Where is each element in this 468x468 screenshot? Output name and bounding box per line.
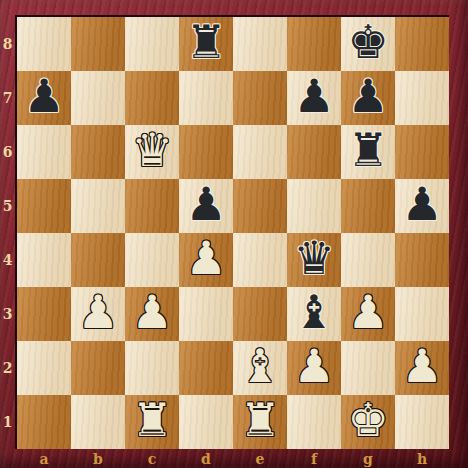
file-label-d: d <box>179 449 233 468</box>
square-d4[interactable]: ♟ <box>179 233 233 287</box>
square-b5[interactable] <box>71 179 125 233</box>
rank-labels: 87654321 <box>0 17 15 449</box>
square-h8[interactable] <box>395 17 449 71</box>
black-king[interactable]: ♚ <box>347 19 388 65</box>
file-label-h: h <box>395 449 449 468</box>
square-g3[interactable]: ♟ <box>341 287 395 341</box>
square-g1[interactable]: ♚ <box>341 395 395 449</box>
white-pawn[interactable]: ♟ <box>131 289 172 335</box>
square-h4[interactable] <box>395 233 449 287</box>
square-g5[interactable] <box>341 179 395 233</box>
square-c5[interactable] <box>125 179 179 233</box>
square-d8[interactable]: ♜ <box>179 17 233 71</box>
square-d3[interactable] <box>179 287 233 341</box>
square-a3[interactable] <box>17 287 71 341</box>
rank-label-2: 2 <box>0 341 15 395</box>
square-a2[interactable] <box>17 341 71 395</box>
square-c6[interactable]: ♛ <box>125 125 179 179</box>
square-g8[interactable]: ♚ <box>341 17 395 71</box>
square-h7[interactable] <box>395 71 449 125</box>
square-e1[interactable]: ♜ <box>233 395 287 449</box>
file-label-f: f <box>287 449 341 468</box>
black-pawn[interactable]: ♟ <box>293 73 334 119</box>
square-h5[interactable]: ♟ <box>395 179 449 233</box>
white-pawn[interactable]: ♟ <box>347 289 388 335</box>
square-d1[interactable] <box>179 395 233 449</box>
square-b7[interactable] <box>71 71 125 125</box>
square-e4[interactable] <box>233 233 287 287</box>
square-a4[interactable] <box>17 233 71 287</box>
black-pawn[interactable]: ♟ <box>347 73 388 119</box>
square-d6[interactable] <box>179 125 233 179</box>
square-f2[interactable]: ♟ <box>287 341 341 395</box>
square-c4[interactable] <box>125 233 179 287</box>
white-king[interactable]: ♚ <box>347 397 388 443</box>
square-e2[interactable]: ♝ <box>233 341 287 395</box>
square-d5[interactable]: ♟ <box>179 179 233 233</box>
square-a6[interactable] <box>17 125 71 179</box>
rank-label-6: 6 <box>0 125 15 179</box>
white-pawn[interactable]: ♟ <box>401 343 442 389</box>
square-b6[interactable] <box>71 125 125 179</box>
square-b8[interactable] <box>71 17 125 71</box>
black-queen[interactable]: ♛ <box>293 235 334 281</box>
square-a7[interactable]: ♟ <box>17 71 71 125</box>
black-bishop[interactable]: ♝ <box>293 289 334 335</box>
square-b3[interactable]: ♟ <box>71 287 125 341</box>
square-b1[interactable] <box>71 395 125 449</box>
file-label-c: c <box>125 449 179 468</box>
black-pawn[interactable]: ♟ <box>401 181 442 227</box>
square-f4[interactable]: ♛ <box>287 233 341 287</box>
square-e7[interactable] <box>233 71 287 125</box>
square-c2[interactable] <box>125 341 179 395</box>
square-a5[interactable] <box>17 179 71 233</box>
chess-board: ♜♚♟♟♟♛♜♟♟♟♛♟♟♝♟♝♟♟♜♜♚ <box>15 15 449 449</box>
square-g7[interactable]: ♟ <box>341 71 395 125</box>
square-h3[interactable] <box>395 287 449 341</box>
rank-label-3: 3 <box>0 287 15 341</box>
white-bishop[interactable]: ♝ <box>239 343 280 389</box>
square-f1[interactable] <box>287 395 341 449</box>
white-rook[interactable]: ♜ <box>131 397 172 443</box>
square-f7[interactable]: ♟ <box>287 71 341 125</box>
square-g4[interactable] <box>341 233 395 287</box>
square-h6[interactable] <box>395 125 449 179</box>
file-label-e: e <box>233 449 287 468</box>
square-h2[interactable]: ♟ <box>395 341 449 395</box>
white-pawn[interactable]: ♟ <box>185 235 226 281</box>
file-labels: abcdefgh <box>17 449 449 468</box>
black-rook[interactable]: ♜ <box>185 19 226 65</box>
black-pawn[interactable]: ♟ <box>185 181 226 227</box>
square-d7[interactable] <box>179 71 233 125</box>
square-e6[interactable] <box>233 125 287 179</box>
square-f5[interactable] <box>287 179 341 233</box>
white-queen[interactable]: ♛ <box>131 127 172 173</box>
square-e5[interactable] <box>233 179 287 233</box>
square-c8[interactable] <box>125 17 179 71</box>
rank-label-8: 8 <box>0 17 15 71</box>
square-c1[interactable]: ♜ <box>125 395 179 449</box>
square-b4[interactable] <box>71 233 125 287</box>
square-g2[interactable] <box>341 341 395 395</box>
square-c3[interactable]: ♟ <box>125 287 179 341</box>
square-b2[interactable] <box>71 341 125 395</box>
square-g6[interactable]: ♜ <box>341 125 395 179</box>
square-f6[interactable] <box>287 125 341 179</box>
rank-label-5: 5 <box>0 179 15 233</box>
square-f8[interactable] <box>287 17 341 71</box>
rank-label-7: 7 <box>0 71 15 125</box>
rank-label-4: 4 <box>0 233 15 287</box>
square-d2[interactable] <box>179 341 233 395</box>
white-pawn[interactable]: ♟ <box>293 343 334 389</box>
white-pawn[interactable]: ♟ <box>77 289 118 335</box>
file-label-a: a <box>17 449 71 468</box>
file-label-b: b <box>71 449 125 468</box>
white-rook[interactable]: ♜ <box>239 397 280 443</box>
square-a1[interactable] <box>17 395 71 449</box>
square-a8[interactable] <box>17 17 71 71</box>
black-rook[interactable]: ♜ <box>347 127 388 173</box>
square-f3[interactable]: ♝ <box>287 287 341 341</box>
square-e8[interactable] <box>233 17 287 71</box>
rank-label-1: 1 <box>0 395 15 449</box>
file-label-g: g <box>341 449 395 468</box>
black-pawn[interactable]: ♟ <box>23 73 64 119</box>
square-e3[interactable] <box>233 287 287 341</box>
square-h1[interactable] <box>395 395 449 449</box>
square-c7[interactable] <box>125 71 179 125</box>
board-frame: 87654321 ♜♚♟♟♟♛♜♟♟♟♛♟♟♝♟♝♟♟♜♜♚ abcdefgh <box>0 0 468 468</box>
